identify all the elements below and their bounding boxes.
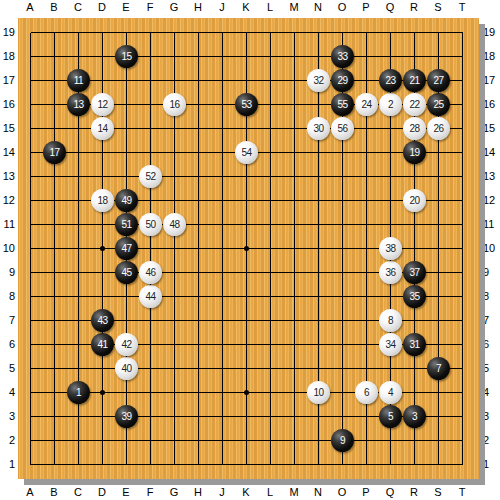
col-label-top-O: O <box>330 1 354 14</box>
stone-19-black-R14[interactable]: 19 <box>403 141 426 164</box>
stone-54-white-K14[interactable]: 54 <box>235 141 258 164</box>
col-label-top-T: T <box>450 1 474 14</box>
col-label-bottom-T: T <box>450 486 474 499</box>
stone-56-white-O15[interactable]: 56 <box>331 117 354 140</box>
row-label-right-18: 18 <box>483 44 499 68</box>
col-label-bottom-J: J <box>210 486 234 499</box>
move-number: 27 <box>433 76 443 86</box>
col-label-bottom-A: A <box>18 486 42 499</box>
row-label-left-2: 2 <box>0 428 15 452</box>
col-label-top-S: S <box>426 1 450 14</box>
stone-52-white-F13[interactable]: 52 <box>139 165 162 188</box>
stone-21-black-R17[interactable]: 21 <box>403 69 426 92</box>
stone-2-white-Q16[interactable]: 2 <box>379 93 402 116</box>
move-number: 54 <box>241 148 251 158</box>
move-number: 42 <box>121 340 131 350</box>
stone-32-white-N17[interactable]: 32 <box>307 69 330 92</box>
move-number: 7 <box>436 364 441 374</box>
stone-31-black-R6[interactable]: 31 <box>403 333 426 356</box>
row-label-right-16: 16 <box>483 92 499 116</box>
col-label-bottom-C: C <box>66 486 90 499</box>
row-label-left-9: 9 <box>0 260 15 284</box>
col-label-bottom-N: N <box>306 486 330 499</box>
move-number: 41 <box>97 340 107 350</box>
row-label-left-7: 7 <box>0 308 15 332</box>
move-number: 50 <box>145 220 155 230</box>
move-number: 35 <box>409 292 419 302</box>
col-label-top-H: H <box>186 1 210 14</box>
move-number: 44 <box>145 292 155 302</box>
col-label-bottom-K: K <box>234 486 258 499</box>
move-number: 52 <box>145 172 155 182</box>
row-label-right-14: 14 <box>483 140 499 164</box>
stone-27-black-S17[interactable]: 27 <box>427 69 450 92</box>
stone-9-black-O2[interactable]: 9 <box>331 429 354 452</box>
move-number: 30 <box>313 124 323 134</box>
col-label-top-L: L <box>258 1 282 14</box>
stone-13-black-C16[interactable]: 13 <box>67 93 90 116</box>
stone-30-white-N15[interactable]: 30 <box>307 117 330 140</box>
stone-34-white-Q6[interactable]: 34 <box>379 333 402 356</box>
col-label-bottom-R: R <box>402 486 426 499</box>
row-label-right-19: 19 <box>483 20 499 44</box>
move-number: 48 <box>169 220 179 230</box>
row-label-left-18: 18 <box>0 44 15 68</box>
stone-46-white-F9[interactable]: 46 <box>139 261 162 284</box>
stone-15-black-E18[interactable]: 15 <box>115 45 138 68</box>
stone-49-black-E12[interactable]: 49 <box>115 189 138 212</box>
move-number: 37 <box>409 268 419 278</box>
col-label-top-N: N <box>306 1 330 14</box>
row-label-right-13: 13 <box>483 164 499 188</box>
col-label-top-F: F <box>138 1 162 14</box>
col-label-top-B: B <box>42 1 66 14</box>
row-labels-left: 19181716151413121110987654321 <box>0 20 15 476</box>
stone-22-white-R16[interactable]: 22 <box>403 93 426 116</box>
stone-29-black-O17[interactable]: 29 <box>331 69 354 92</box>
stone-35-black-R8[interactable]: 35 <box>403 285 426 308</box>
move-number: 12 <box>97 100 107 110</box>
row-label-left-3: 3 <box>0 404 15 428</box>
move-number: 56 <box>337 124 347 134</box>
stone-16-white-G16[interactable]: 16 <box>163 93 186 116</box>
col-label-bottom-P: P <box>354 486 378 499</box>
stone-7-black-S5[interactable]: 7 <box>427 357 450 380</box>
move-number: 29 <box>337 76 347 86</box>
col-label-bottom-G: G <box>162 486 186 499</box>
stone-4-white-Q4[interactable]: 4 <box>379 381 402 404</box>
move-number: 11 <box>74 76 83 86</box>
move-number: 55 <box>337 100 347 110</box>
move-number: 6 <box>364 388 369 398</box>
stone-45-black-E9[interactable]: 45 <box>115 261 138 284</box>
row-label-left-16: 16 <box>0 92 15 116</box>
row-label-left-14: 14 <box>0 140 15 164</box>
stone-26-white-S15[interactable]: 26 <box>427 117 450 140</box>
move-number: 9 <box>340 436 345 446</box>
move-number: 26 <box>433 124 443 134</box>
stone-18-white-D12[interactable]: 18 <box>91 189 114 212</box>
move-number: 14 <box>97 124 107 134</box>
stone-41-black-D6[interactable]: 41 <box>91 333 114 356</box>
stone-23-black-Q17[interactable]: 23 <box>379 69 402 92</box>
stone-25-black-S16[interactable]: 25 <box>427 93 450 116</box>
row-label-right-6: 6 <box>483 332 499 356</box>
col-label-top-E: E <box>114 1 138 14</box>
row-label-left-13: 13 <box>0 164 15 188</box>
row-label-left-12: 12 <box>0 188 15 212</box>
col-label-bottom-F: F <box>138 486 162 499</box>
stone-39-black-E3[interactable]: 39 <box>115 405 138 428</box>
stone-47-black-E10[interactable]: 47 <box>115 237 138 260</box>
stone-11-black-C17[interactable]: 11 <box>67 69 90 92</box>
row-label-left-17: 17 <box>0 68 15 92</box>
stone-24-white-P16[interactable]: 24 <box>355 93 378 116</box>
stone-50-white-F11[interactable]: 50 <box>139 213 162 236</box>
row-label-left-5: 5 <box>0 356 15 380</box>
move-number: 15 <box>121 52 131 62</box>
col-label-bottom-H: H <box>186 486 210 499</box>
move-number: 16 <box>169 100 179 110</box>
col-label-bottom-M: M <box>282 486 306 499</box>
col-label-top-A: A <box>18 1 42 14</box>
row-label-right-2: 2 <box>483 428 499 452</box>
move-number: 17 <box>49 148 59 158</box>
move-number: 33 <box>337 52 347 62</box>
move-number: 38 <box>385 244 395 254</box>
row-label-right-15: 15 <box>483 116 499 140</box>
move-number: 47 <box>121 244 131 254</box>
stone-44-white-F8[interactable]: 44 <box>139 285 162 308</box>
move-number: 20 <box>409 196 419 206</box>
move-number: 21 <box>409 76 419 86</box>
col-label-top-G: G <box>162 1 186 14</box>
row-label-left-15: 15 <box>0 116 15 140</box>
move-number: 49 <box>121 196 131 206</box>
row-label-left-8: 8 <box>0 284 15 308</box>
col-label-top-Q: Q <box>378 1 402 14</box>
row-label-left-11: 11 <box>0 212 15 236</box>
row-label-right-8: 8 <box>483 284 499 308</box>
stone-38-white-Q10[interactable]: 38 <box>379 237 402 260</box>
stone-5-black-Q3[interactable]: 5 <box>379 405 402 428</box>
col-label-top-C: C <box>66 1 90 14</box>
row-label-right-3: 3 <box>483 404 499 428</box>
move-number: 23 <box>385 76 395 86</box>
stone-51-black-E11[interactable]: 51 <box>115 213 138 236</box>
col-label-bottom-E: E <box>114 486 138 499</box>
column-labels-bottom: ABCDEFGHJKLMNOPQRST <box>18 486 474 499</box>
col-label-top-K: K <box>234 1 258 14</box>
col-label-top-P: P <box>354 1 378 14</box>
row-label-right-17: 17 <box>483 68 499 92</box>
row-label-right-7: 7 <box>483 308 499 332</box>
row-label-right-1: 1 <box>483 452 499 476</box>
move-number: 13 <box>73 100 83 110</box>
stone-43-black-D7[interactable]: 43 <box>91 309 114 332</box>
stone-6-white-P4[interactable]: 6 <box>355 381 378 404</box>
col-label-bottom-O: O <box>330 486 354 499</box>
move-number: 28 <box>409 124 419 134</box>
move-number: 25 <box>433 100 443 110</box>
row-label-left-19: 19 <box>0 20 15 44</box>
stone-48-white-G11[interactable]: 48 <box>163 213 186 236</box>
move-number: 22 <box>409 100 419 110</box>
column-labels-top: ABCDEFGHJKLMNOPQRST <box>18 1 474 14</box>
move-number: 53 <box>241 100 251 110</box>
move-number: 36 <box>385 268 395 278</box>
stone-53-black-K16[interactable]: 53 <box>235 93 258 116</box>
stone-37-black-R9[interactable]: 37 <box>403 261 426 284</box>
stone-55-black-O16[interactable]: 55 <box>331 93 354 116</box>
row-label-right-9: 9 <box>483 260 499 284</box>
row-label-right-5: 5 <box>483 356 499 380</box>
move-number: 31 <box>409 340 419 350</box>
row-label-right-4: 4 <box>483 380 499 404</box>
col-label-top-J: J <box>210 1 234 14</box>
stone-36-white-Q9[interactable]: 36 <box>379 261 402 284</box>
stones-layer[interactable]: 1234567891011121314151617181920212223242… <box>19 21 475 477</box>
stone-33-black-O18[interactable]: 33 <box>331 45 354 68</box>
stone-10-white-N4[interactable]: 10 <box>307 381 330 404</box>
move-number: 1 <box>76 388 81 398</box>
move-number: 3 <box>412 412 417 422</box>
move-number: 45 <box>121 268 131 278</box>
move-number: 8 <box>388 316 393 326</box>
row-labels-right: 19181716151413121110987654321 <box>483 20 499 476</box>
move-number: 32 <box>313 76 323 86</box>
go-board[interactable]: 1234567891011121314151617181920212223242… <box>18 18 479 479</box>
row-label-left-6: 6 <box>0 332 15 356</box>
stone-42-white-E6[interactable]: 42 <box>115 333 138 356</box>
col-label-bottom-B: B <box>42 486 66 499</box>
move-number: 34 <box>385 340 395 350</box>
move-number: 19 <box>409 148 419 158</box>
stone-1-black-C4[interactable]: 1 <box>67 381 90 404</box>
stone-40-white-E5[interactable]: 40 <box>115 357 138 380</box>
col-label-bottom-D: D <box>90 486 114 499</box>
stone-3-black-R3[interactable]: 3 <box>403 405 426 428</box>
move-number: 24 <box>361 100 371 110</box>
row-label-right-12: 12 <box>483 188 499 212</box>
stone-12-white-D16[interactable]: 12 <box>91 93 114 116</box>
move-number: 2 <box>388 100 393 110</box>
row-label-right-11: 11 <box>483 212 499 236</box>
move-number: 5 <box>388 412 393 422</box>
col-label-bottom-S: S <box>426 486 450 499</box>
stone-14-white-D15[interactable]: 14 <box>91 117 114 140</box>
move-number: 46 <box>145 268 155 278</box>
col-label-top-R: R <box>402 1 426 14</box>
move-number: 51 <box>121 220 131 230</box>
stone-17-black-B14[interactable]: 17 <box>43 141 66 164</box>
move-number: 43 <box>97 316 107 326</box>
stone-28-white-R15[interactable]: 28 <box>403 117 426 140</box>
go-diagram-screen: ABCDEFGHJKLMNOPQRST ABCDEFGHJKLMNOPQRST … <box>0 0 500 500</box>
stone-20-white-R12[interactable]: 20 <box>403 189 426 212</box>
col-label-top-D: D <box>90 1 114 14</box>
move-number: 4 <box>388 388 393 398</box>
move-number: 39 <box>121 412 131 422</box>
row-label-left-1: 1 <box>0 452 15 476</box>
col-label-top-M: M <box>282 1 306 14</box>
row-label-left-4: 4 <box>0 380 15 404</box>
col-label-bottom-Q: Q <box>378 486 402 499</box>
row-label-right-10: 10 <box>483 236 499 260</box>
stone-8-white-Q7[interactable]: 8 <box>379 309 402 332</box>
col-label-bottom-L: L <box>258 486 282 499</box>
row-label-left-10: 10 <box>0 236 15 260</box>
move-number: 10 <box>313 388 323 398</box>
move-number: 18 <box>97 196 107 206</box>
move-number: 40 <box>121 364 131 374</box>
